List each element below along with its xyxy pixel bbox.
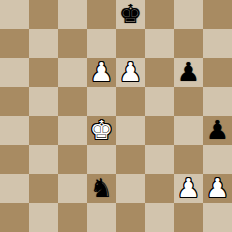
square-g4[interactable] (174, 116, 203, 145)
square-b7[interactable] (29, 29, 58, 58)
square-d4[interactable]: ♚ (87, 116, 116, 145)
square-g2[interactable]: ♟ (174, 174, 203, 203)
square-c2[interactable] (58, 174, 87, 203)
square-g7[interactable] (174, 29, 203, 58)
square-d8[interactable] (87, 0, 116, 29)
square-d2[interactable]: ♞ (87, 174, 116, 203)
square-b1[interactable] (29, 203, 58, 232)
square-b8[interactable] (29, 0, 58, 29)
square-c3[interactable] (58, 145, 87, 174)
square-b4[interactable] (29, 116, 58, 145)
square-a4[interactable] (0, 116, 29, 145)
square-e4[interactable] (116, 116, 145, 145)
square-g3[interactable] (174, 145, 203, 174)
white-pawn[interactable]: ♟ (177, 174, 200, 203)
square-d5[interactable] (87, 87, 116, 116)
square-e8[interactable]: ♚ (116, 0, 145, 29)
square-d7[interactable] (87, 29, 116, 58)
square-c1[interactable] (58, 203, 87, 232)
square-d6[interactable]: ♟ (87, 58, 116, 87)
black-knight[interactable]: ♞ (90, 174, 113, 203)
square-a5[interactable] (0, 87, 29, 116)
square-f8[interactable] (145, 0, 174, 29)
square-h1[interactable] (203, 203, 232, 232)
square-a8[interactable] (0, 0, 29, 29)
square-b2[interactable] (29, 174, 58, 203)
white-pawn[interactable]: ♟ (119, 58, 142, 87)
square-a7[interactable] (0, 29, 29, 58)
square-c5[interactable] (58, 87, 87, 116)
square-c8[interactable] (58, 0, 87, 29)
square-b5[interactable] (29, 87, 58, 116)
square-b6[interactable] (29, 58, 58, 87)
square-a2[interactable] (0, 174, 29, 203)
square-a6[interactable] (0, 58, 29, 87)
square-a1[interactable] (0, 203, 29, 232)
square-e1[interactable] (116, 203, 145, 232)
square-g1[interactable] (174, 203, 203, 232)
black-pawn[interactable]: ♟ (206, 116, 229, 145)
square-h8[interactable] (203, 0, 232, 29)
square-f4[interactable] (145, 116, 174, 145)
square-e2[interactable] (116, 174, 145, 203)
square-g5[interactable] (174, 87, 203, 116)
square-d3[interactable] (87, 145, 116, 174)
square-h6[interactable] (203, 58, 232, 87)
white-king[interactable]: ♚ (90, 116, 113, 145)
square-g6[interactable]: ♟ (174, 58, 203, 87)
square-c6[interactable] (58, 58, 87, 87)
square-f2[interactable] (145, 174, 174, 203)
square-g8[interactable] (174, 0, 203, 29)
square-e3[interactable] (116, 145, 145, 174)
square-a3[interactable] (0, 145, 29, 174)
square-b3[interactable] (29, 145, 58, 174)
square-h3[interactable] (203, 145, 232, 174)
square-h4[interactable]: ♟ (203, 116, 232, 145)
square-h7[interactable] (203, 29, 232, 58)
square-e5[interactable] (116, 87, 145, 116)
square-h2[interactable]: ♟ (203, 174, 232, 203)
square-d1[interactable] (87, 203, 116, 232)
square-f1[interactable] (145, 203, 174, 232)
white-pawn[interactable]: ♟ (90, 58, 113, 87)
square-f6[interactable] (145, 58, 174, 87)
square-e7[interactable] (116, 29, 145, 58)
square-c4[interactable] (58, 116, 87, 145)
square-f7[interactable] (145, 29, 174, 58)
white-pawn[interactable]: ♟ (206, 174, 229, 203)
square-c7[interactable] (58, 29, 87, 58)
square-f5[interactable] (145, 87, 174, 116)
chess-board: ♚♟♟♟♚♟♞♟♟ (0, 0, 232, 232)
square-f3[interactable] (145, 145, 174, 174)
black-pawn[interactable]: ♟ (177, 58, 200, 87)
black-king[interactable]: ♚ (119, 0, 142, 29)
square-e6[interactable]: ♟ (116, 58, 145, 87)
square-h5[interactable] (203, 87, 232, 116)
